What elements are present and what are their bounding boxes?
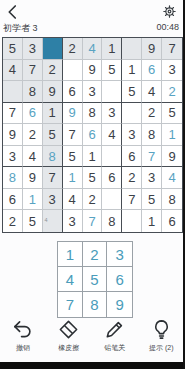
undo-button[interactable]: 撤销 [11,315,34,353]
cell-r4c8[interactable]: 2 [142,103,162,125]
cell-r8c1[interactable]: 6 [3,189,23,211]
hint-label: 提示 (2) [149,343,174,353]
back-icon[interactable] [4,3,22,21]
cell-r9c3[interactable]: 4 [43,210,63,232]
cell-r2c3[interactable]: 2 [43,60,63,82]
numpad-key-5[interactable]: 5 [83,267,108,292]
cell-r3c3[interactable]: 9 [43,81,63,103]
cell-r8c9[interactable]: 8 [162,189,182,211]
cell-r8c5[interactable]: 2 [83,189,103,211]
numpad-key-3[interactable]: 3 [107,242,132,267]
cell-r1c8[interactable]: 9 [142,38,162,60]
cell-r6c7[interactable]: 6 [122,146,142,168]
cell-r1c7[interactable] [122,38,142,60]
cell-r4c4[interactable]: 9 [63,103,83,125]
cell-r1c9[interactable]: 7 [162,38,182,60]
cell-r3c8[interactable]: 4 [142,81,162,103]
cell-r6c4[interactable]: 5 [63,146,83,168]
cell-r6c2[interactable]: 4 [23,146,43,168]
cell-r2c6[interactable]: 5 [102,60,122,82]
cell-r1c4[interactable]: 2 [63,38,83,60]
cell-r5c9[interactable]: 1 [162,124,182,146]
cell-r5c3[interactable]: 5 [43,124,63,146]
cell-r9c2[interactable]: 5 [23,210,43,232]
hint-button[interactable]: 提示 (2) [149,315,174,353]
timer: 00:48 [156,22,179,32]
cell-r8c2[interactable]: 1 [23,189,43,211]
cell-r9c7[interactable] [122,210,142,232]
cell-r6c8[interactable]: 7 [142,146,162,168]
cell-r7c3[interactable]: 7 [43,167,63,189]
cell-r5c6[interactable]: 4 [102,124,122,146]
difficulty-label: 初学者 3 [3,22,38,35]
cell-r7c8[interactable]: 3 [142,167,162,189]
pencil-notes: 4 [43,210,62,232]
cell-r6c1[interactable]: 3 [3,146,23,168]
cell-r2c1[interactable]: 4 [3,60,23,82]
device-nav-bar [0,362,185,369]
cell-r3c7[interactable]: 5 [122,81,142,103]
cell-r8c4[interactable]: 4 [63,189,83,211]
cell-r1c1[interactable]: 5 [3,38,23,60]
cell-r5c1[interactable]: 9 [3,124,23,146]
bulb-icon [150,318,173,341]
cell-r4c5[interactable]: 8 [83,103,103,125]
sudoku-board: 5324197472951638963542761983259257643813… [2,37,183,233]
cell-r5c8[interactable]: 8 [142,124,162,146]
cell-r6c3[interactable]: 8 [43,146,63,168]
cell-r5c7[interactable]: 3 [122,124,142,146]
cell-r3c4[interactable]: 6 [63,81,83,103]
cell-r8c6[interactable] [102,189,122,211]
cell-r3c1[interactable] [3,81,23,103]
cell-r2c9[interactable]: 3 [162,60,182,82]
sudoku-app-screen: 初学者 3 00:48 5324197472951638963542761983… [0,0,185,369]
numpad-key-9[interactable]: 9 [107,292,132,317]
cell-r4c1[interactable]: 7 [3,103,23,125]
cell-r7c5[interactable]: 5 [83,167,103,189]
cell-r9c8[interactable]: 1 [142,210,162,232]
pencil-label: 铅笔关 [104,343,125,353]
undo-arrow-icon [11,318,34,341]
toolbar: 撤销 橡皮擦 铅笔关 [0,315,185,361]
cell-r7c2[interactable]: 9 [23,167,43,189]
cell-r8c3[interactable]: 3 [43,189,63,211]
cell-r7c9[interactable]: 4 [162,167,182,189]
cell-r5c2[interactable]: 2 [23,124,43,146]
cell-r1c5[interactable]: 4 [83,38,103,60]
numpad-key-2[interactable]: 2 [83,242,108,267]
cell-r4c3[interactable]: 1 [43,103,63,125]
cell-r7c4[interactable]: 1 [63,167,83,189]
undo-label: 撤销 [16,343,30,353]
numpad-key-4[interactable]: 4 [58,267,83,292]
eraser-button[interactable]: 橡皮擦 [57,315,80,353]
cell-r6c5[interactable]: 1 [83,146,103,168]
eraser-label: 橡皮擦 [58,343,79,353]
cell-r7c1[interactable]: 8 [3,167,23,189]
cell-r4c9[interactable]: 5 [162,103,182,125]
cell-r2c8[interactable]: 6 [142,60,162,82]
cell-r1c6[interactable]: 1 [102,38,122,60]
cell-r2c5[interactable]: 9 [83,60,103,82]
cell-r9c5[interactable]: 7 [83,210,103,232]
cell-r7c6[interactable]: 6 [102,167,122,189]
cell-r1c2[interactable]: 3 [23,38,43,60]
cell-r4c2[interactable]: 6 [23,103,43,125]
cell-r4c7[interactable] [122,103,142,125]
numpad-key-7[interactable]: 7 [58,292,83,317]
cell-r9c9[interactable]: 6 [162,210,182,232]
cell-r1c3[interactable] [43,38,63,60]
cell-r9c6[interactable]: 8 [102,210,122,232]
cell-r3c5[interactable]: 3 [83,81,103,103]
eraser-icon [57,318,80,341]
cell-r2c7[interactable]: 1 [122,60,142,82]
cell-r7c7[interactable]: 2 [122,167,142,189]
cell-r9c4[interactable]: 3 [63,210,83,232]
cell-r6c9[interactable]: 9 [162,146,182,168]
number-pad: 123456789 [57,241,133,318]
pencil-button[interactable]: 铅笔关 [103,315,126,353]
cell-r4c6[interactable]: 3 [102,103,122,125]
cell-r8c7[interactable]: 7 [122,189,142,211]
numpad-key-8[interactable]: 8 [83,292,108,317]
gear-icon[interactable] [161,3,178,20]
pencil-icon [103,318,126,341]
cell-r3c6[interactable] [102,81,122,103]
cell-r2c2[interactable]: 7 [23,60,43,82]
cell-r3c9[interactable]: 2 [162,81,182,103]
cell-r9c1[interactable]: 2 [3,210,23,232]
cell-r5c5[interactable]: 6 [83,124,103,146]
cell-r3c2[interactable]: 8 [23,81,43,103]
numpad-key-6[interactable]: 6 [107,267,132,292]
cell-r8c8[interactable]: 5 [142,189,162,211]
cell-r5c4[interactable]: 7 [63,124,83,146]
numpad-key-1[interactable]: 1 [58,242,83,267]
cell-r2c4[interactable] [63,60,83,82]
cell-r6c6[interactable] [102,146,122,168]
